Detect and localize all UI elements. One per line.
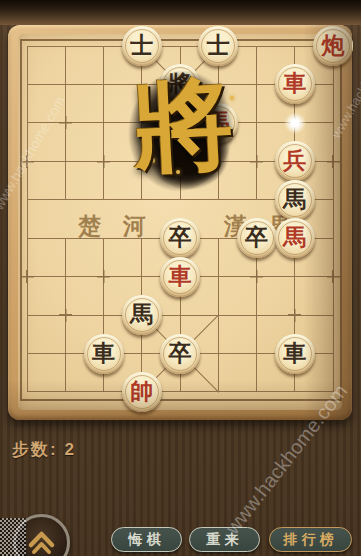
- position-marker: [21, 270, 34, 283]
- piece-black-卒[interactable]: 卒: [160, 334, 200, 374]
- grid-line: [333, 46, 334, 392]
- steps-value: 2: [64, 440, 75, 459]
- position-marker: [250, 155, 263, 168]
- steps-counter: 步数: 2: [12, 438, 76, 461]
- piece-glyph: 車: [84, 334, 124, 374]
- piece-glyph: 馬: [275, 218, 315, 258]
- position-marker: [327, 270, 340, 283]
- position-marker: [174, 155, 187, 168]
- grid-line: [256, 46, 257, 200]
- piece-black-卒[interactable]: 卒: [160, 218, 200, 258]
- piece-black-士[interactable]: 士: [198, 26, 238, 66]
- piece-black-車[interactable]: 車: [275, 334, 315, 374]
- piece-glyph: 車: [275, 334, 315, 374]
- position-marker: [59, 116, 72, 129]
- piece-glyph: 將: [160, 64, 200, 104]
- piece-black-馬[interactable]: 馬: [122, 295, 162, 335]
- piece-glyph: 炮: [313, 26, 353, 66]
- grid-line: [256, 238, 257, 392]
- river-text-left: 楚 河: [78, 213, 154, 241]
- piece-glyph: 馬: [275, 180, 315, 220]
- position-marker: [59, 309, 72, 322]
- position-marker: [327, 155, 340, 168]
- piece-black-馬[interactable]: 馬: [275, 180, 315, 220]
- piece-glyph: 卒: [237, 218, 277, 258]
- piece-red-車[interactable]: 車: [160, 257, 200, 297]
- piece-glyph: 車: [275, 64, 315, 104]
- position-marker: [288, 309, 301, 322]
- xiangqi-board[interactable]: 楚 河 漢 界 士士炮將車馬兵馬卒卒馬車馬車卒車帥: [8, 25, 352, 420]
- position-marker: [250, 270, 263, 283]
- piece-glyph: 帥: [122, 372, 162, 412]
- piece-glyph: 車: [160, 257, 200, 297]
- position-marker: [288, 116, 301, 129]
- piece-glyph: 卒: [160, 334, 200, 374]
- piece-glyph: 兵: [275, 141, 315, 181]
- piece-glyph: 馬: [198, 103, 238, 143]
- position-marker: [21, 155, 34, 168]
- piece-red-馬[interactable]: 馬: [198, 103, 238, 143]
- piece-glyph: 馬: [122, 295, 162, 335]
- undo-button[interactable]: 悔棋: [111, 527, 182, 552]
- leaderboard-button[interactable]: 排行榜: [269, 527, 352, 552]
- piece-black-卒[interactable]: 卒: [237, 218, 277, 258]
- restart-button[interactable]: 重来: [189, 527, 260, 552]
- position-marker: [97, 155, 110, 168]
- top-bar: [0, 0, 361, 25]
- grid-line: [103, 46, 104, 200]
- piece-red-炮[interactable]: 炮: [313, 26, 353, 66]
- piece-glyph: 士: [122, 26, 162, 66]
- grid-line: [27, 46, 28, 392]
- piece-red-馬[interactable]: 馬: [275, 218, 315, 258]
- piece-red-車[interactable]: 車: [275, 64, 315, 104]
- app-screen: 楚 河 漢 界 士士炮將車馬兵馬卒卒馬車馬車卒車帥 將 步数: 2 悔棋 重来 …: [0, 0, 361, 556]
- piece-glyph: 卒: [160, 218, 200, 258]
- piece-black-士[interactable]: 士: [122, 26, 162, 66]
- piece-black-車[interactable]: 車: [84, 334, 124, 374]
- chevron-up-icon: [24, 525, 59, 556]
- piece-glyph: 士: [198, 26, 238, 66]
- piece-red-帥[interactable]: 帥: [122, 372, 162, 412]
- position-marker: [97, 270, 110, 283]
- board-layer: 楚 河 漢 界 士士炮將車馬兵馬卒卒馬車馬車卒車帥: [0, 0, 361, 556]
- piece-black-將[interactable]: 將: [160, 64, 200, 104]
- steps-label: 步数:: [12, 440, 58, 459]
- piece-red-兵[interactable]: 兵: [275, 141, 315, 181]
